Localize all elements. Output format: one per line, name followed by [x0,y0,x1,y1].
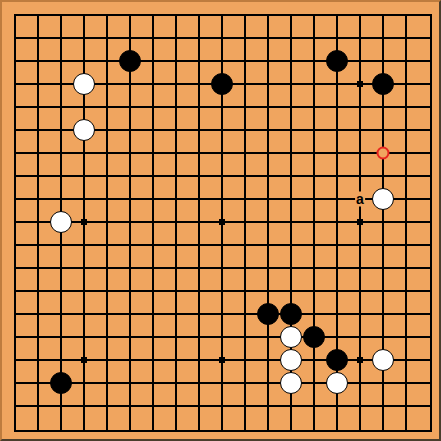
board-intersection[interactable] [73,349,96,372]
board-intersection[interactable] [119,27,142,50]
board-intersection[interactable] [326,188,349,211]
board-intersection[interactable] [73,96,96,119]
board-intersection[interactable] [27,280,50,303]
board-intersection[interactable] [27,188,50,211]
board-intersection[interactable] [211,372,234,395]
board-intersection[interactable] [234,395,257,418]
board-intersection[interactable] [257,50,280,73]
board-intersection[interactable] [165,395,188,418]
board-intersection[interactable] [326,165,349,188]
board-intersection[interactable] [257,27,280,50]
board-intersection[interactable] [211,234,234,257]
board-intersection[interactable] [96,326,119,349]
board-intersection[interactable] [211,280,234,303]
board-intersection[interactable] [326,73,349,96]
board-intersection[interactable] [303,418,326,441]
board-intersection[interactable] [395,257,418,280]
board-intersection[interactable] [257,372,280,395]
board-intersection[interactable] [257,188,280,211]
board-intersection[interactable] [395,349,418,372]
board-intersection[interactable] [418,96,441,119]
board-intersection[interactable] [4,257,27,280]
board-intersection[interactable] [73,418,96,441]
board-intersection[interactable] [372,50,395,73]
board-intersection[interactable] [372,73,395,96]
board-intersection[interactable] [234,4,257,27]
board-intersection[interactable] [4,372,27,395]
board-intersection[interactable] [303,349,326,372]
board-intersection[interactable] [50,395,73,418]
board-intersection[interactable] [349,234,372,257]
board-intersection[interactable] [280,395,303,418]
board-intersection[interactable] [165,372,188,395]
board-intersection[interactable] [27,395,50,418]
board-intersection[interactable] [372,234,395,257]
board-intersection[interactable] [280,372,303,395]
board-intersection[interactable] [280,27,303,50]
board-intersection[interactable] [303,4,326,27]
board-intersection[interactable] [188,234,211,257]
board-intersection[interactable] [349,326,372,349]
board-intersection[interactable] [73,257,96,280]
board-intersection[interactable] [73,326,96,349]
board-intersection[interactable] [280,326,303,349]
board-intersection[interactable] [50,188,73,211]
board-intersection[interactable] [349,165,372,188]
board-intersection[interactable] [27,50,50,73]
board-intersection[interactable] [418,395,441,418]
board-intersection[interactable] [395,211,418,234]
board-intersection[interactable] [142,73,165,96]
board-intersection[interactable] [349,372,372,395]
board-intersection[interactable] [326,27,349,50]
board-intersection[interactable] [96,280,119,303]
board-intersection[interactable] [165,27,188,50]
board-intersection[interactable] [257,165,280,188]
board-intersection[interactable] [395,234,418,257]
board-intersection[interactable] [73,27,96,50]
board-intersection[interactable] [349,418,372,441]
board-intersection[interactable] [303,326,326,349]
board-intersection[interactable] [280,73,303,96]
board-intersection[interactable] [372,326,395,349]
board-intersection[interactable] [142,280,165,303]
board-intersection[interactable] [96,96,119,119]
board-intersection[interactable] [303,280,326,303]
board-intersection[interactable] [50,418,73,441]
board-intersection[interactable] [165,96,188,119]
board-intersection[interactable] [234,303,257,326]
board-intersection[interactable] [50,234,73,257]
board-intersection[interactable] [395,142,418,165]
board-intersection[interactable] [165,280,188,303]
board-intersection[interactable] [349,27,372,50]
board-intersection[interactable] [142,50,165,73]
board-intersection[interactable] [96,188,119,211]
board-intersection[interactable] [211,27,234,50]
board-intersection[interactable] [4,234,27,257]
board-intersection[interactable] [188,73,211,96]
board-intersection[interactable] [395,280,418,303]
board-intersection[interactable] [96,211,119,234]
board-intersection[interactable] [257,73,280,96]
board-intersection[interactable] [418,27,441,50]
board-intersection[interactable] [303,119,326,142]
board-intersection[interactable] [257,119,280,142]
board-intersection[interactable] [4,303,27,326]
board-intersection[interactable] [119,96,142,119]
board-intersection[interactable] [188,142,211,165]
board-intersection[interactable] [142,211,165,234]
board-intersection[interactable] [326,211,349,234]
board-intersection[interactable] [349,50,372,73]
board-intersection[interactable] [257,96,280,119]
board-intersection[interactable] [372,303,395,326]
board-intersection[interactable] [142,96,165,119]
board-intersection[interactable] [27,257,50,280]
board-intersection[interactable] [280,188,303,211]
board-intersection[interactable] [27,119,50,142]
board-intersection[interactable] [418,326,441,349]
board-intersection[interactable] [27,326,50,349]
board-intersection[interactable] [188,418,211,441]
board-intersection[interactable] [96,142,119,165]
board-intersection[interactable] [142,234,165,257]
board-intersection[interactable] [188,165,211,188]
board-intersection[interactable] [280,119,303,142]
board-intersection[interactable] [73,234,96,257]
board-intersection[interactable] [211,395,234,418]
board-intersection[interactable] [188,326,211,349]
board-intersection[interactable] [234,188,257,211]
board-intersection[interactable] [96,165,119,188]
board-intersection[interactable] [50,27,73,50]
board-intersection[interactable] [119,349,142,372]
board-intersection[interactable] [326,280,349,303]
board-intersection[interactable] [418,73,441,96]
board-intersection[interactable] [395,119,418,142]
board-intersection[interactable] [119,418,142,441]
board-intersection[interactable] [188,188,211,211]
board-intersection[interactable] [326,4,349,27]
board-intersection[interactable] [257,211,280,234]
board-intersection[interactable] [73,50,96,73]
board-intersection[interactable] [165,73,188,96]
board-intersection[interactable] [395,418,418,441]
board-intersection[interactable] [395,50,418,73]
board-intersection[interactable] [142,27,165,50]
board-intersection[interactable] [395,4,418,27]
board-intersection[interactable] [349,257,372,280]
board-intersection[interactable] [303,303,326,326]
board-intersection[interactable] [50,211,73,234]
board-intersection[interactable] [257,326,280,349]
board-intersection[interactable] [188,211,211,234]
board-intersection[interactable] [326,349,349,372]
board-intersection[interactable] [4,395,27,418]
board-intersection[interactable] [73,165,96,188]
board-intersection[interactable] [188,280,211,303]
board-intersection[interactable] [165,349,188,372]
board-intersection[interactable] [326,50,349,73]
board-intersection[interactable] [165,165,188,188]
board-intersection[interactable] [349,280,372,303]
board-intersection[interactable] [27,303,50,326]
board-intersection[interactable] [211,188,234,211]
board-intersection[interactable] [418,280,441,303]
board-intersection[interactable] [234,326,257,349]
board-intersection[interactable] [96,73,119,96]
board-intersection[interactable] [142,303,165,326]
board-intersection[interactable] [211,4,234,27]
board-intersection[interactable] [303,257,326,280]
board-intersection[interactable] [96,395,119,418]
board-intersection[interactable] [142,165,165,188]
board-intersection[interactable] [349,395,372,418]
board-intersection[interactable] [50,349,73,372]
board-intersection[interactable] [188,96,211,119]
board-intersection[interactable] [418,372,441,395]
board-intersection[interactable] [119,234,142,257]
board-intersection[interactable] [257,4,280,27]
board-intersection[interactable] [326,257,349,280]
board-intersection[interactable] [50,142,73,165]
board-intersection[interactable] [27,349,50,372]
board-intersection[interactable] [142,142,165,165]
board-intersection[interactable] [349,303,372,326]
board-intersection[interactable] [326,234,349,257]
board-intersection[interactable] [50,303,73,326]
board-intersection[interactable] [372,4,395,27]
board-intersection[interactable] [96,27,119,50]
board-intersection[interactable] [418,50,441,73]
board-intersection[interactable] [4,119,27,142]
board-intersection[interactable] [418,257,441,280]
board-intersection[interactable] [119,188,142,211]
board-intersection[interactable] [211,50,234,73]
board-intersection[interactable] [165,418,188,441]
board-intersection[interactable] [395,73,418,96]
board-intersection[interactable] [395,303,418,326]
board-intersection[interactable] [50,50,73,73]
board-intersection[interactable] [96,418,119,441]
board-intersection[interactable] [165,211,188,234]
board-intersection[interactable] [142,418,165,441]
board-intersection[interactable] [303,73,326,96]
board-intersection[interactable] [234,27,257,50]
board-intersection[interactable] [142,372,165,395]
board-intersection[interactable] [349,4,372,27]
board-intersection[interactable] [395,96,418,119]
board-intersection[interactable] [303,142,326,165]
board-intersection[interactable] [96,4,119,27]
board-intersection[interactable] [280,165,303,188]
board-intersection[interactable] [119,395,142,418]
board-intersection[interactable] [234,165,257,188]
board-intersection[interactable] [326,372,349,395]
board-intersection[interactable] [234,50,257,73]
board-intersection[interactable] [165,303,188,326]
board-intersection[interactable] [119,142,142,165]
board-intersection[interactable] [96,234,119,257]
board-intersection[interactable] [142,349,165,372]
board-intersection[interactable] [257,303,280,326]
board-intersection[interactable] [27,27,50,50]
board-intersection[interactable] [50,119,73,142]
board-intersection[interactable] [119,326,142,349]
board-intersection[interactable] [349,211,372,234]
board-intersection[interactable] [50,280,73,303]
board-intersection[interactable] [303,372,326,395]
board-intersection[interactable] [142,119,165,142]
board-intersection[interactable] [211,418,234,441]
board-intersection[interactable] [165,4,188,27]
board-intersection[interactable] [142,188,165,211]
board-intersection[interactable] [4,4,27,27]
board-intersection[interactable] [280,418,303,441]
board-intersection[interactable] [27,234,50,257]
board-intersection[interactable] [326,96,349,119]
board-intersection[interactable] [27,418,50,441]
board-intersection[interactable] [165,142,188,165]
board-intersection[interactable] [234,372,257,395]
board-intersection[interactable] [119,4,142,27]
board-intersection[interactable] [165,234,188,257]
board-intersection[interactable] [372,418,395,441]
board-intersection[interactable] [4,188,27,211]
board-intersection[interactable] [372,349,395,372]
board-intersection[interactable] [395,188,418,211]
board-intersection[interactable] [4,280,27,303]
board-intersection[interactable] [188,4,211,27]
board-intersection[interactable] [418,142,441,165]
board-intersection[interactable] [280,96,303,119]
board-intersection[interactable] [96,303,119,326]
board-intersection[interactable] [119,257,142,280]
board-intersection[interactable] [4,73,27,96]
board-intersection[interactable] [395,27,418,50]
board-intersection[interactable] [188,27,211,50]
board-intersection[interactable] [418,188,441,211]
board-intersection[interactable] [234,418,257,441]
board-intersection[interactable] [326,326,349,349]
board-intersection[interactable] [119,303,142,326]
board-intersection[interactable] [188,349,211,372]
board-intersection[interactable] [73,4,96,27]
board-intersection[interactable]: a [349,188,372,211]
board-intersection[interactable] [372,119,395,142]
board-intersection[interactable] [188,257,211,280]
board-intersection[interactable] [395,395,418,418]
board-intersection[interactable] [4,50,27,73]
board-intersection[interactable] [50,372,73,395]
board-intersection[interactable] [234,349,257,372]
board-intersection[interactable] [211,257,234,280]
board-intersection[interactable] [4,142,27,165]
board-intersection[interactable] [142,395,165,418]
board-intersection[interactable] [50,165,73,188]
board-intersection[interactable] [73,73,96,96]
board-intersection[interactable] [119,211,142,234]
board-intersection[interactable] [418,165,441,188]
board-intersection[interactable] [418,119,441,142]
board-intersection[interactable] [234,96,257,119]
board-intersection[interactable] [234,234,257,257]
board-intersection[interactable] [142,257,165,280]
board-intersection[interactable] [303,188,326,211]
board-intersection[interactable] [349,142,372,165]
board-intersection[interactable] [50,96,73,119]
board-intersection[interactable] [234,280,257,303]
board-intersection[interactable] [234,211,257,234]
board-intersection[interactable] [4,349,27,372]
board-intersection[interactable] [280,211,303,234]
board-intersection[interactable] [4,211,27,234]
board-intersection[interactable] [73,372,96,395]
board-intersection[interactable] [303,234,326,257]
board-intersection[interactable] [211,349,234,372]
board-intersection[interactable] [119,165,142,188]
board-intersection[interactable] [418,349,441,372]
board-intersection[interactable] [211,211,234,234]
board-intersection[interactable] [372,211,395,234]
board-intersection[interactable] [349,349,372,372]
board-intersection[interactable] [211,303,234,326]
board-intersection[interactable] [418,303,441,326]
board-intersection[interactable] [211,142,234,165]
board-intersection[interactable] [372,27,395,50]
board-intersection[interactable] [234,119,257,142]
board-intersection[interactable] [349,96,372,119]
board-intersection[interactable] [211,165,234,188]
board-intersection[interactable] [119,372,142,395]
board-intersection[interactable] [165,257,188,280]
board-intersection[interactable] [73,211,96,234]
board-intersection[interactable] [372,96,395,119]
board-intersection[interactable] [211,96,234,119]
board-intersection[interactable] [303,395,326,418]
board-intersection[interactable] [326,303,349,326]
board-intersection[interactable] [234,73,257,96]
board-intersection[interactable] [50,4,73,27]
board-intersection[interactable] [372,165,395,188]
board-intersection[interactable] [372,372,395,395]
board-intersection[interactable] [96,257,119,280]
board-intersections[interactable]: a [4,4,441,441]
board-intersection[interactable] [372,257,395,280]
board-intersection[interactable] [188,395,211,418]
board-intersection[interactable] [372,280,395,303]
board-intersection[interactable] [119,119,142,142]
board-intersection[interactable] [418,211,441,234]
board-intersection[interactable] [326,395,349,418]
board-intersection[interactable] [280,349,303,372]
board-intersection[interactable] [257,234,280,257]
board-intersection[interactable] [326,142,349,165]
board-intersection[interactable] [119,280,142,303]
board-intersection[interactable] [142,4,165,27]
board-intersection[interactable] [142,326,165,349]
board-intersection[interactable] [418,418,441,441]
board-intersection[interactable] [280,280,303,303]
board-intersection[interactable] [257,257,280,280]
board-intersection[interactable] [27,372,50,395]
board-intersection[interactable] [50,257,73,280]
board-intersection[interactable] [96,119,119,142]
board-intersection[interactable] [96,349,119,372]
board-intersection[interactable] [188,303,211,326]
board-intersection[interactable] [395,165,418,188]
